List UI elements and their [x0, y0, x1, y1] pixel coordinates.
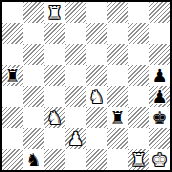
square-d3[interactable] — [65, 107, 86, 128]
square-a3[interactable] — [2, 107, 23, 128]
square-b6[interactable] — [23, 44, 44, 65]
square-e8[interactable] — [86, 2, 107, 23]
black-pawn[interactable]: ♟ — [151, 86, 167, 107]
square-d5[interactable] — [65, 65, 86, 86]
square-h8[interactable] — [149, 2, 170, 23]
white-king[interactable]: ♚ — [151, 149, 167, 170]
square-a7[interactable] — [2, 23, 23, 44]
square-h4[interactable]: ♟ — [149, 86, 170, 107]
square-f3[interactable]: ♜ — [107, 107, 128, 128]
square-f4[interactable] — [107, 86, 128, 107]
square-d2[interactable]: ♟ — [65, 128, 86, 149]
square-b3[interactable] — [23, 107, 44, 128]
square-c4[interactable] — [44, 86, 65, 107]
square-b2[interactable] — [23, 128, 44, 149]
square-a6[interactable] — [2, 44, 23, 65]
square-f2[interactable] — [107, 128, 128, 149]
square-c6[interactable] — [44, 44, 65, 65]
square-a8[interactable] — [2, 2, 23, 23]
square-f8[interactable] — [107, 2, 128, 23]
white-knight[interactable]: ♞ — [88, 86, 104, 107]
black-rook[interactable]: ♜ — [109, 107, 125, 128]
square-c2[interactable] — [44, 128, 65, 149]
square-a2[interactable] — [2, 128, 23, 149]
square-g4[interactable] — [128, 86, 149, 107]
square-e1[interactable] — [86, 149, 107, 170]
square-a1[interactable] — [2, 149, 23, 170]
square-h5[interactable]: ♟ — [149, 65, 170, 86]
square-e3[interactable] — [86, 107, 107, 128]
square-c8[interactable]: ♜ — [44, 2, 65, 23]
square-c7[interactable] — [44, 23, 65, 44]
square-d6[interactable] — [65, 44, 86, 65]
square-g2[interactable] — [128, 128, 149, 149]
square-b4[interactable] — [23, 86, 44, 107]
square-g7[interactable] — [128, 23, 149, 44]
square-e2[interactable] — [86, 128, 107, 149]
square-c5[interactable] — [44, 65, 65, 86]
white-knight[interactable]: ♞ — [46, 107, 62, 128]
black-knight[interactable]: ♞ — [25, 149, 41, 170]
square-e5[interactable] — [86, 65, 107, 86]
square-c3[interactable]: ♞ — [44, 107, 65, 128]
square-f6[interactable] — [107, 44, 128, 65]
square-e4[interactable]: ♞ — [86, 86, 107, 107]
chess-board-frame: ♜♜♟♞♟♞♜♚♟♞♜♚ — [0, 0, 172, 172]
square-g5[interactable] — [128, 65, 149, 86]
square-e7[interactable] — [86, 23, 107, 44]
square-g8[interactable] — [128, 2, 149, 23]
square-b8[interactable] — [23, 2, 44, 23]
square-h3[interactable]: ♚ — [149, 107, 170, 128]
black-rook[interactable]: ♜ — [4, 65, 20, 86]
chess-board: ♜♜♟♞♟♞♜♚♟♞♜♚ — [2, 2, 170, 170]
square-g3[interactable] — [128, 107, 149, 128]
square-h2[interactable] — [149, 128, 170, 149]
square-h7[interactable] — [149, 23, 170, 44]
white-rook[interactable]: ♜ — [46, 2, 62, 23]
square-e6[interactable] — [86, 44, 107, 65]
square-f7[interactable] — [107, 23, 128, 44]
square-a4[interactable] — [2, 86, 23, 107]
square-f5[interactable] — [107, 65, 128, 86]
square-c1[interactable] — [44, 149, 65, 170]
black-pawn[interactable]: ♟ — [151, 65, 167, 86]
square-d7[interactable] — [65, 23, 86, 44]
square-d4[interactable] — [65, 86, 86, 107]
square-b1[interactable]: ♞ — [23, 149, 44, 170]
white-pawn[interactable]: ♟ — [67, 128, 83, 149]
square-d8[interactable] — [65, 2, 86, 23]
white-rook[interactable]: ♜ — [130, 149, 146, 170]
square-b5[interactable] — [23, 65, 44, 86]
square-h6[interactable] — [149, 44, 170, 65]
square-b7[interactable] — [23, 23, 44, 44]
square-g6[interactable] — [128, 44, 149, 65]
square-h1[interactable]: ♚ — [149, 149, 170, 170]
square-a5[interactable]: ♜ — [2, 65, 23, 86]
square-d1[interactable] — [65, 149, 86, 170]
black-king[interactable]: ♚ — [151, 107, 167, 128]
square-f1[interactable] — [107, 149, 128, 170]
square-g1[interactable]: ♜ — [128, 149, 149, 170]
